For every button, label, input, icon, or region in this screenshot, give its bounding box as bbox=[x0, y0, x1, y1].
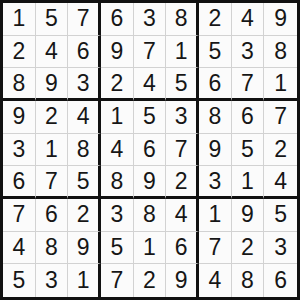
cell-r3c8[interactable]: 7 bbox=[232, 68, 265, 101]
cell-r1c5[interactable]: 3 bbox=[134, 3, 167, 36]
cell-r6c9[interactable]: 4 bbox=[264, 166, 297, 199]
cell-r9c3[interactable]: 1 bbox=[68, 264, 101, 297]
cell-r5c4[interactable]: 4 bbox=[101, 134, 134, 167]
cell-r7c1[interactable]: 7 bbox=[3, 199, 36, 232]
cell-r1c1[interactable]: 1 bbox=[3, 3, 36, 36]
cell-r5c5[interactable]: 6 bbox=[134, 134, 167, 167]
cell-r8c6[interactable]: 6 bbox=[166, 232, 199, 265]
cell-r1c6[interactable]: 8 bbox=[166, 3, 199, 36]
cell-r4c7[interactable]: 8 bbox=[199, 101, 232, 134]
cell-r7c7[interactable]: 1 bbox=[199, 199, 232, 232]
cell-r6c7[interactable]: 3 bbox=[199, 166, 232, 199]
cell-r3c4[interactable]: 2 bbox=[101, 68, 134, 101]
cell-r9c2[interactable]: 3 bbox=[36, 264, 69, 297]
cell-r3c6[interactable]: 5 bbox=[166, 68, 199, 101]
cell-r8c2[interactable]: 8 bbox=[36, 232, 69, 265]
cell-r2c7[interactable]: 5 bbox=[199, 36, 232, 69]
cell-r9c9[interactable]: 6 bbox=[264, 264, 297, 297]
cell-r5c7[interactable]: 9 bbox=[199, 134, 232, 167]
cell-r6c3[interactable]: 5 bbox=[68, 166, 101, 199]
cell-r8c4[interactable]: 5 bbox=[101, 232, 134, 265]
cell-r7c8[interactable]: 9 bbox=[232, 199, 265, 232]
cell-r7c3[interactable]: 2 bbox=[68, 199, 101, 232]
cell-r5c9[interactable]: 2 bbox=[264, 134, 297, 167]
cell-r3c7[interactable]: 6 bbox=[199, 68, 232, 101]
cell-r7c2[interactable]: 6 bbox=[36, 199, 69, 232]
cell-r9c5[interactable]: 2 bbox=[134, 264, 167, 297]
cell-r2c9[interactable]: 8 bbox=[264, 36, 297, 69]
cell-r4c2[interactable]: 2 bbox=[36, 101, 69, 134]
cell-r9c1[interactable]: 5 bbox=[3, 264, 36, 297]
cell-r3c2[interactable]: 9 bbox=[36, 68, 69, 101]
cell-r6c6[interactable]: 2 bbox=[166, 166, 199, 199]
cell-r6c5[interactable]: 9 bbox=[134, 166, 167, 199]
cell-r4c5[interactable]: 5 bbox=[134, 101, 167, 134]
cell-r1c3[interactable]: 7 bbox=[68, 3, 101, 36]
cell-r3c9[interactable]: 1 bbox=[264, 68, 297, 101]
cell-r1c7[interactable]: 2 bbox=[199, 3, 232, 36]
sudoku-screenshot: 1576382492469715388932456719241538673184… bbox=[0, 0, 300, 300]
cell-r2c6[interactable]: 1 bbox=[166, 36, 199, 69]
cell-r2c1[interactable]: 2 bbox=[3, 36, 36, 69]
cell-r8c7[interactable]: 7 bbox=[199, 232, 232, 265]
cell-r9c6[interactable]: 9 bbox=[166, 264, 199, 297]
cell-r6c8[interactable]: 1 bbox=[232, 166, 265, 199]
cell-r7c9[interactable]: 5 bbox=[264, 199, 297, 232]
cell-r9c7[interactable]: 4 bbox=[199, 264, 232, 297]
cell-r7c6[interactable]: 4 bbox=[166, 199, 199, 232]
cell-r5c8[interactable]: 5 bbox=[232, 134, 265, 167]
cell-r5c3[interactable]: 8 bbox=[68, 134, 101, 167]
cell-r4c6[interactable]: 3 bbox=[166, 101, 199, 134]
cell-r9c8[interactable]: 8 bbox=[232, 264, 265, 297]
cell-r5c6[interactable]: 7 bbox=[166, 134, 199, 167]
cell-r7c5[interactable]: 8 bbox=[134, 199, 167, 232]
cell-r3c1[interactable]: 8 bbox=[3, 68, 36, 101]
cell-r7c4[interactable]: 3 bbox=[101, 199, 134, 232]
cell-r6c4[interactable]: 8 bbox=[101, 166, 134, 199]
cell-r8c1[interactable]: 4 bbox=[3, 232, 36, 265]
cell-r6c2[interactable]: 7 bbox=[36, 166, 69, 199]
cell-r3c3[interactable]: 3 bbox=[68, 68, 101, 101]
cell-r4c4[interactable]: 1 bbox=[101, 101, 134, 134]
cell-r4c8[interactable]: 6 bbox=[232, 101, 265, 134]
cell-r8c8[interactable]: 2 bbox=[232, 232, 265, 265]
cell-r8c3[interactable]: 9 bbox=[68, 232, 101, 265]
cell-r1c4[interactable]: 6 bbox=[101, 3, 134, 36]
cell-r1c8[interactable]: 4 bbox=[232, 3, 265, 36]
cell-r6c1[interactable]: 6 bbox=[3, 166, 36, 199]
cell-r2c5[interactable]: 7 bbox=[134, 36, 167, 69]
cell-r9c4[interactable]: 7 bbox=[101, 264, 134, 297]
cell-r2c4[interactable]: 9 bbox=[101, 36, 134, 69]
cell-r5c2[interactable]: 1 bbox=[36, 134, 69, 167]
sudoku-board: 1576382492469715388932456719241538673184… bbox=[0, 0, 300, 300]
cell-r2c3[interactable]: 6 bbox=[68, 36, 101, 69]
cell-r4c3[interactable]: 4 bbox=[68, 101, 101, 134]
cell-r4c1[interactable]: 9 bbox=[3, 101, 36, 134]
cell-r1c9[interactable]: 9 bbox=[264, 3, 297, 36]
cell-r1c2[interactable]: 5 bbox=[36, 3, 69, 36]
cell-r4c9[interactable]: 7 bbox=[264, 101, 297, 134]
cell-r5c1[interactable]: 3 bbox=[3, 134, 36, 167]
cell-r8c9[interactable]: 3 bbox=[264, 232, 297, 265]
cell-r2c8[interactable]: 3 bbox=[232, 36, 265, 69]
cell-r8c5[interactable]: 1 bbox=[134, 232, 167, 265]
cell-r2c2[interactable]: 4 bbox=[36, 36, 69, 69]
cell-r3c5[interactable]: 4 bbox=[134, 68, 167, 101]
